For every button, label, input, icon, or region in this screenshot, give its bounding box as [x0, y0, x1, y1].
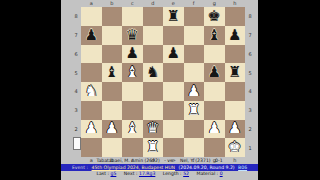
square-a7: ♟: [81, 26, 102, 45]
rank-label-4: 4: [246, 82, 254, 101]
square-d5: ♞: [143, 63, 164, 82]
square-g3: [204, 101, 225, 120]
rank-label-2: 2: [246, 120, 254, 139]
stat-last: Last :g5: [96, 171, 116, 176]
square-e3: [163, 101, 184, 120]
piece-white-bishop-c2: ♝: [126, 121, 139, 136]
piece-white-pawn-h2: ♟: [228, 121, 241, 136]
game-result: 0-1: [215, 158, 223, 163]
piece-black-pawn-a7: ♟: [85, 27, 98, 42]
rank-label-3: 3: [72, 101, 80, 120]
square-c5: ♝: [122, 63, 143, 82]
square-f8: [184, 7, 205, 26]
board-panel: abcdefgh abcdefgh 87654321 87654321 ♜♚♟♛…: [61, 0, 258, 180]
rank-label-7: 7: [72, 26, 80, 45]
piece-black-pawn-e6: ♟: [167, 46, 180, 61]
piece-white-knight-a4: ♞: [85, 83, 98, 98]
square-h2: ♟: [225, 120, 246, 139]
square-c2: ♝: [122, 120, 143, 139]
stat-length: Length :52: [163, 171, 189, 176]
piece-white-pawn-a2: ♟: [85, 121, 98, 136]
square-c6: ♟: [122, 45, 143, 64]
square-d1: ♜: [143, 138, 164, 157]
square-f4: ♟: [184, 82, 205, 101]
piece-white-rook-d1: ♜: [146, 140, 159, 155]
white-player-name: Tabatabaei, M. Amin (2692): [96, 158, 159, 163]
square-b5: ♝: [102, 63, 123, 82]
square-d6: [143, 45, 164, 64]
file-label-c: c: [122, 0, 143, 7]
stat-material: Material :0: [197, 171, 223, 176]
square-h6: [225, 45, 246, 64]
square-h3: [225, 101, 246, 120]
square-f1: [184, 138, 205, 157]
square-b6: [102, 45, 123, 64]
vs-separator: - vs -: [164, 158, 175, 163]
scroll-marker-box: [73, 137, 81, 150]
stat-next-value[interactable]: 17.Rg3: [139, 171, 155, 176]
info-bar: Last :g5 Next :17.Rg3 Length :52 Materia…: [61, 171, 258, 176]
square-b7: [102, 26, 123, 45]
file-label-g: g: [204, 0, 225, 7]
square-d8: [143, 7, 164, 26]
square-h5: ♜: [225, 63, 246, 82]
piece-white-pawn-b2: ♟: [105, 121, 118, 136]
event-bar: Event : 45th Olympiad 2024, Budapest HUN…: [61, 164, 258, 171]
square-f7: [184, 26, 205, 45]
square-g6: [204, 45, 225, 64]
rank-label-8: 8: [246, 7, 254, 26]
square-d3: [143, 101, 164, 120]
rank-label-5: 5: [72, 63, 80, 82]
game-title-line: Tabatabaei, M. Amin (2692) - vs - Nel, Y…: [61, 158, 258, 163]
event-label: Event :: [72, 165, 88, 170]
piece-white-pawn-g2: ♟: [208, 121, 221, 136]
rank-label-3: 3: [246, 101, 254, 120]
piece-black-pawn-h7: ♟: [228, 27, 241, 42]
video-frame: abcdefgh abcdefgh 87654321 87654321 ♜♚♟♛…: [0, 0, 320, 180]
piece-black-queen-c7: ♛: [126, 27, 139, 42]
square-a5: [81, 63, 102, 82]
file-label-b: b: [102, 0, 123, 7]
square-e1: [163, 138, 184, 157]
square-d4: [143, 82, 164, 101]
piece-black-pawn-g5: ♟: [208, 65, 221, 80]
square-h4: [225, 82, 246, 101]
square-e6: ♟: [163, 45, 184, 64]
square-g7: ♝: [204, 26, 225, 45]
piece-black-knight-d5: ♞: [146, 65, 159, 80]
square-g2: ♟: [204, 120, 225, 139]
piece-black-rook-e8: ♜: [167, 8, 180, 23]
square-a6: [81, 45, 102, 64]
square-f3: ♜: [184, 101, 205, 120]
stat-length-label: Length :: [163, 171, 182, 176]
chess-board: ♜♚♟♛♝♟♟♟♝♝♞♟♜♞♟♜♟♟♝♛♟♟♜♚: [81, 7, 245, 157]
piece-black-bishop-b5: ♝: [105, 65, 118, 80]
piece-white-bishop-c5: ♝: [126, 65, 139, 80]
rank-label-7: 7: [246, 26, 254, 45]
piece-black-king-g8: ♚: [208, 8, 221, 23]
square-c4: [122, 82, 143, 101]
square-e2: [163, 120, 184, 139]
piece-white-queen-d2: ♛: [146, 121, 159, 136]
square-g8: ♚: [204, 7, 225, 26]
stat-material-value: 0: [220, 171, 223, 176]
stat-last-value[interactable]: g5: [110, 171, 116, 176]
square-a4: ♞: [81, 82, 102, 101]
square-d2: ♛: [143, 120, 164, 139]
square-f6: [184, 45, 205, 64]
square-b8: [102, 7, 123, 26]
file-label-d: d: [143, 0, 164, 7]
square-f2: [184, 120, 205, 139]
file-labels-top: abcdefgh: [81, 0, 245, 7]
stat-last-label: Last :: [96, 171, 109, 176]
rank-label-2: 2: [72, 120, 80, 139]
stat-material-label: Material :: [197, 171, 219, 176]
rank-label-1: 1: [246, 138, 254, 157]
square-e5: [163, 63, 184, 82]
piece-black-pawn-c6: ♟: [126, 46, 139, 61]
piece-white-king-h1: ♚: [228, 140, 241, 155]
square-b1: [102, 138, 123, 157]
piece-black-rook-h5: ♜: [228, 65, 241, 80]
square-e7: [163, 26, 184, 45]
square-b3: [102, 101, 123, 120]
square-g5: ♟: [204, 63, 225, 82]
eco-code-link[interactable]: B06: [238, 165, 247, 170]
rank-label-8: 8: [72, 7, 80, 26]
piece-white-rook-f3: ♜: [187, 102, 200, 117]
square-c8: [122, 7, 143, 26]
rank-label-6: 6: [72, 45, 80, 64]
stat-next: Next :17.Rg3: [124, 171, 156, 176]
square-c1: [122, 138, 143, 157]
square-b4: [102, 82, 123, 101]
rank-labels-left: 87654321: [72, 7, 80, 157]
square-a8: [81, 7, 102, 26]
square-h1: ♚: [225, 138, 246, 157]
square-h7: ♟: [225, 26, 246, 45]
stat-length-value: 52: [183, 171, 189, 176]
square-g1: [204, 138, 225, 157]
file-label-f: f: [184, 0, 205, 7]
square-a3: [81, 101, 102, 120]
piece-black-bishop-g7: ♝: [208, 27, 221, 42]
rank-label-6: 6: [246, 45, 254, 64]
square-d7: [143, 26, 164, 45]
square-e4: [163, 82, 184, 101]
stat-next-label: Next :: [124, 171, 138, 176]
event-detail: (2024.09.20, Round 9.2): [179, 165, 235, 170]
file-label-h: h: [225, 0, 246, 7]
square-a2: ♟: [81, 120, 102, 139]
rank-labels-right: 87654321: [246, 7, 254, 157]
rank-label-4: 4: [72, 82, 80, 101]
file-label-a: a: [81, 0, 102, 7]
square-c7: ♛: [122, 26, 143, 45]
piece-white-pawn-f4: ♟: [187, 83, 200, 98]
event-name-link[interactable]: 45th Olympiad 2024, Budapest HUN: [92, 165, 176, 170]
rank-label-5: 5: [246, 63, 254, 82]
square-e8: ♜: [163, 7, 184, 26]
square-c3: [122, 101, 143, 120]
square-b2: ♟: [102, 120, 123, 139]
file-label-e: e: [163, 0, 184, 7]
black-player-name: Nel, Y. (2371): [180, 158, 211, 163]
square-f5: [184, 63, 205, 82]
square-a1: [81, 138, 102, 157]
square-g4: [204, 82, 225, 101]
square-h8: [225, 7, 246, 26]
